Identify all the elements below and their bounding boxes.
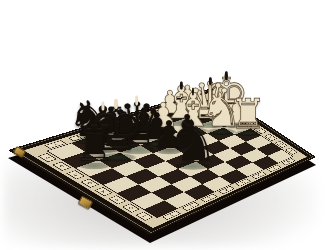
finial-icon xyxy=(209,77,212,86)
finial-icon xyxy=(101,102,104,111)
finial-icon xyxy=(180,82,182,90)
finial-icon xyxy=(114,98,117,109)
finial-icon xyxy=(225,71,228,80)
finial-icon xyxy=(135,96,138,106)
product-photo: 11AA22BB33CC44DD55EE66FF77GG88HH ♞♟♟♟♝♟♟… xyxy=(0,0,333,250)
